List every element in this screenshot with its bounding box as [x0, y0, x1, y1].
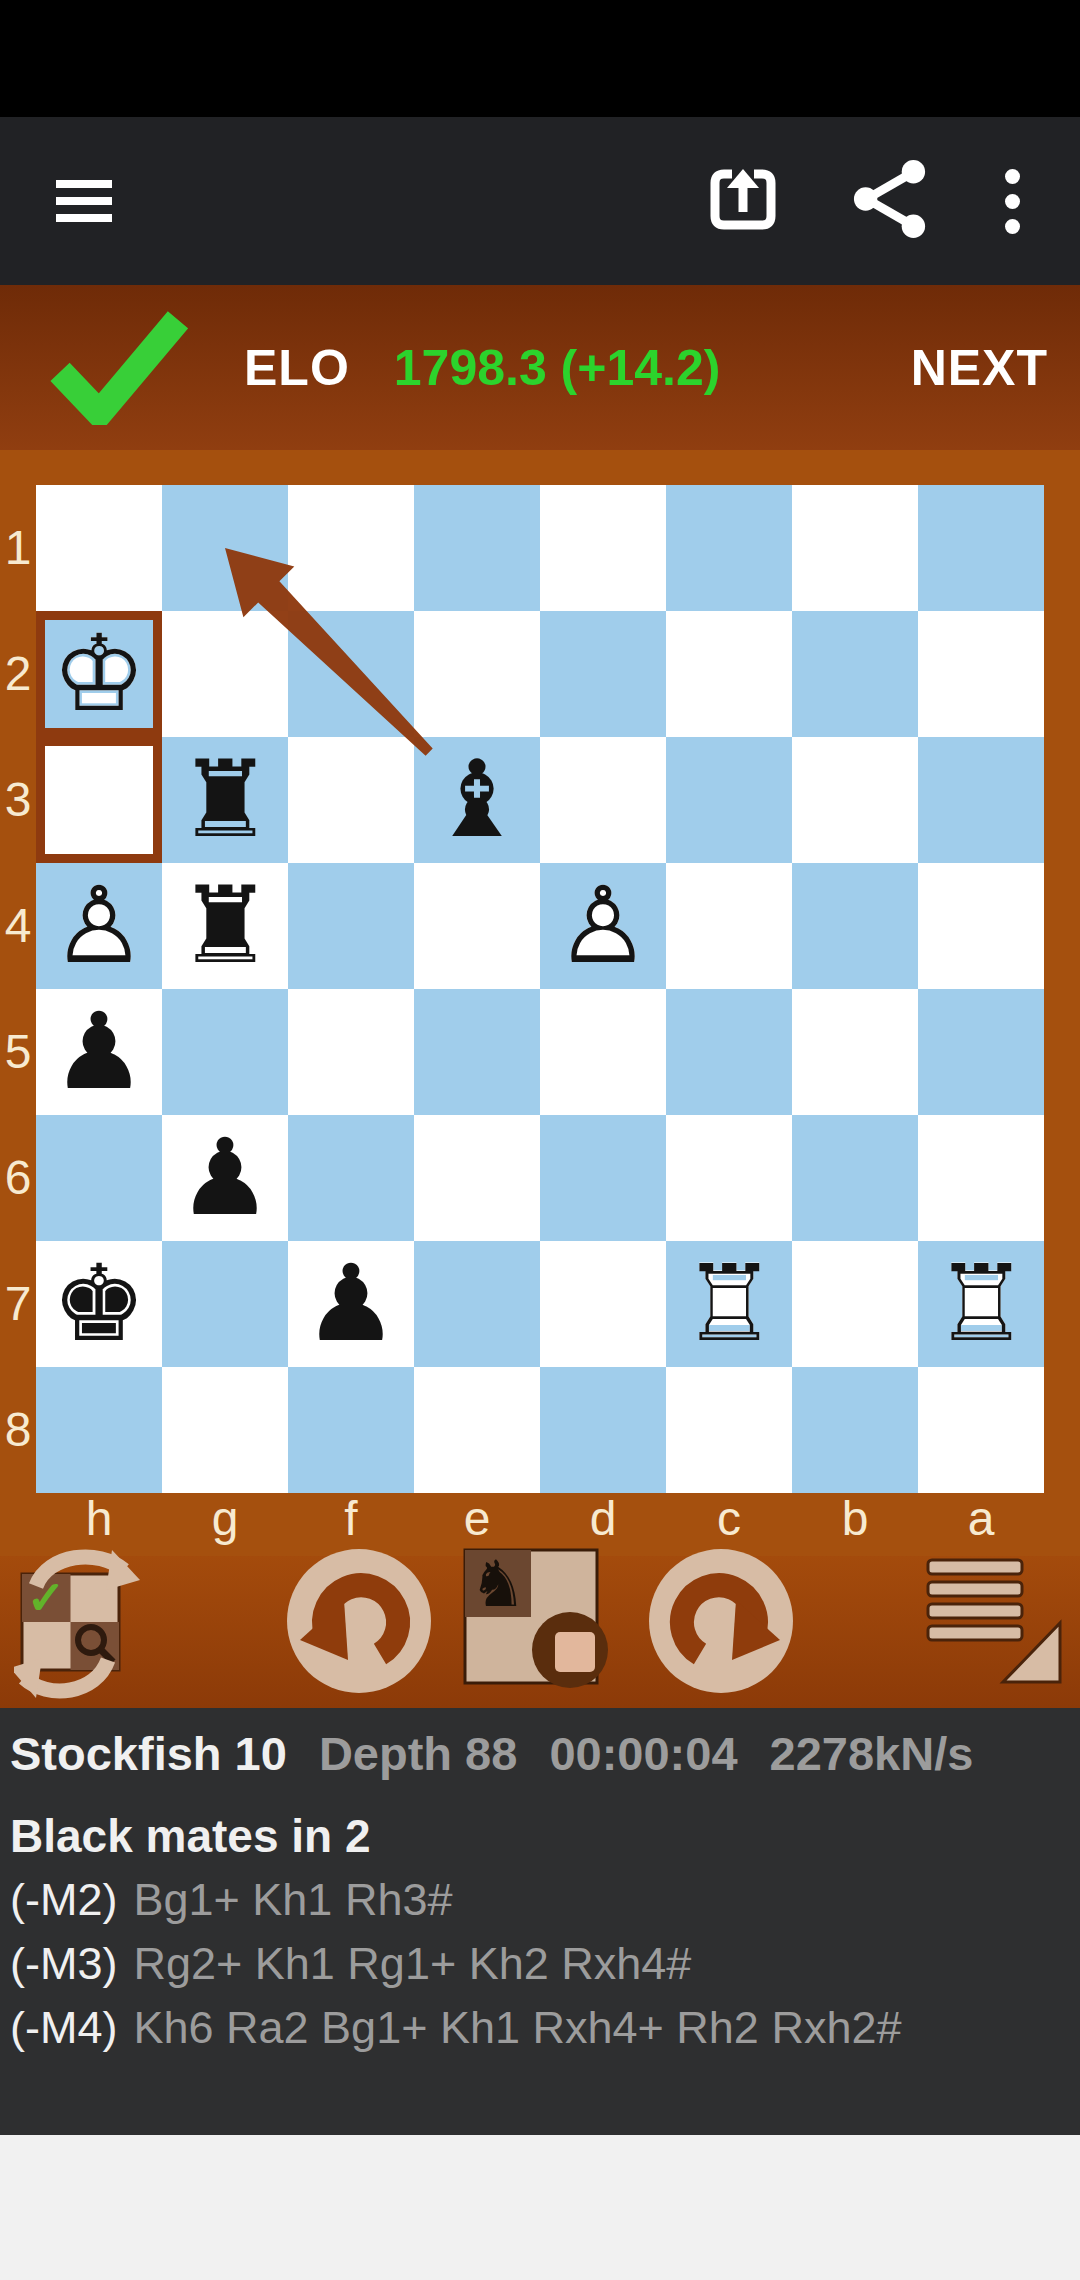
black-bishop-e3[interactable]: ♝ [414, 737, 540, 863]
file-label-a: a [918, 1493, 1044, 1551]
square-f1[interactable] [288, 485, 414, 611]
square-g7[interactable] [162, 1241, 288, 1367]
chess-board[interactable]: ♚♔♜♝♟♙♜♟♙♟♟♚♟♜♖♜♖ [36, 485, 1044, 1493]
share-icon [851, 159, 929, 239]
elo-value: 1798.3 (+14.2) [394, 339, 721, 397]
square-b8[interactable] [792, 1367, 918, 1493]
square-c1[interactable] [666, 485, 792, 611]
black-rook-g3[interactable]: ♜ [162, 737, 288, 863]
square-b4[interactable] [792, 863, 918, 989]
square-c5[interactable] [666, 989, 792, 1115]
move-list-icon [916, 1556, 1080, 1708]
variation-row[interactable]: (-M4)Kh6 Ra2 Bg1+ Kh1 Rxh4+ Rh2 Rxh2# [10, 2000, 1070, 2055]
move-list-button[interactable] [916, 1556, 1080, 1712]
menu-button[interactable] [56, 180, 112, 222]
white-king-h2[interactable]: ♚♔ [36, 611, 162, 737]
file-label-b: b [792, 1493, 918, 1551]
square-c4[interactable] [666, 863, 792, 989]
rank-label-2: 2 [0, 611, 36, 737]
black-pawn-g6[interactable]: ♟ [162, 1115, 288, 1241]
top-toolbar [0, 117, 1080, 285]
square-e7[interactable] [414, 1241, 540, 1367]
success-check-icon [50, 311, 188, 425]
square-c6[interactable] [666, 1115, 792, 1241]
white-pawn-d4[interactable]: ♟♙ [540, 863, 666, 989]
undo-icon [286, 1548, 432, 1694]
export-icon [707, 163, 779, 235]
white-rook-c7[interactable]: ♜♖ [666, 1241, 792, 1367]
square-a3[interactable] [918, 737, 1044, 863]
engine-headline: Black mates in 2 [10, 1809, 1070, 1863]
rank-label-6: 6 [0, 1115, 36, 1241]
status-bar [0, 0, 1080, 117]
square-h6[interactable] [36, 1115, 162, 1241]
square-c8[interactable] [666, 1367, 792, 1493]
square-b3[interactable] [792, 737, 918, 863]
rank-label-1: 1 [0, 485, 36, 611]
rank-label-5: 5 [0, 989, 36, 1115]
square-f6[interactable] [288, 1115, 414, 1241]
square-b1[interactable] [792, 485, 918, 611]
square-a1[interactable] [918, 485, 1044, 611]
variation-moves: Bg1+ Kh1 Rh3# [133, 1874, 452, 1925]
square-a4[interactable] [918, 863, 1044, 989]
square-c3[interactable] [666, 737, 792, 863]
file-label-d: d [540, 1493, 666, 1551]
share-button[interactable] [851, 159, 929, 243]
engine-time: 00:00:04 [549, 1726, 737, 1781]
square-d8[interactable] [540, 1367, 666, 1493]
engine-depth: Depth 88 [319, 1726, 518, 1781]
rank-label-7: 7 [0, 1241, 36, 1367]
next-button[interactable]: NEXT [911, 339, 1048, 397]
variation-eval: (-M3) [10, 1938, 117, 1989]
square-a6[interactable] [918, 1115, 1044, 1241]
hamburger-icon [56, 180, 112, 188]
square-g8[interactable] [162, 1367, 288, 1493]
square-e2[interactable] [414, 611, 540, 737]
square-g2[interactable] [162, 611, 288, 737]
overflow-icon [1005, 169, 1020, 184]
square-b7[interactable] [792, 1241, 918, 1367]
white-pawn-h4[interactable]: ♟♙ [36, 863, 162, 989]
file-label-h: h [36, 1493, 162, 1551]
square-g1[interactable] [162, 485, 288, 611]
app-screen: ELO 1798.3 (+14.2) NEXT ♚♔♜♝♟♙♜♟♙♟♟♚♟♜♖♜… [0, 0, 1080, 2280]
black-rook-g4[interactable]: ♜ [162, 863, 288, 989]
elo-label: ELO [244, 339, 350, 397]
square-c2[interactable] [666, 611, 792, 737]
square-a8[interactable] [918, 1367, 1044, 1493]
variation-eval: (-M4) [10, 2002, 117, 2053]
square-f5[interactable] [288, 989, 414, 1115]
bottom-area [0, 2135, 1080, 2280]
file-label-c: c [666, 1493, 792, 1551]
bottom-toolbar: ✓ ♞ [0, 1556, 1080, 1708]
rank-label-8: 8 [0, 1367, 36, 1493]
undo-button[interactable] [286, 1548, 432, 1698]
highlight-square-h3 [36, 737, 162, 863]
engine-board-icon: ♞ [462, 1548, 632, 1708]
square-f4[interactable] [288, 863, 414, 989]
analysis-button[interactable]: ✓ [14, 1548, 186, 1712]
variation-moves: Rg2+ Kh1 Rg1+ Kh2 Rxh4# [133, 1938, 691, 1989]
board-frame: ♚♔♜♝♟♙♜♟♙♟♟♚♟♜♖♜♖ 12345678hgfedcba [0, 450, 1080, 1556]
engine-name: Stockfish 10 [10, 1726, 287, 1781]
analysis-board-icon: ✓ [14, 1548, 186, 1708]
square-h8[interactable] [36, 1367, 162, 1493]
result-banner: ELO 1798.3 (+14.2) NEXT [0, 285, 1080, 450]
black-pawn-h5[interactable]: ♟ [36, 989, 162, 1115]
rank-label-3: 3 [0, 737, 36, 863]
square-d2[interactable] [540, 611, 666, 737]
rank-label-4: 4 [0, 863, 36, 989]
export-button[interactable] [707, 163, 779, 239]
square-e5[interactable] [414, 989, 540, 1115]
square-f2[interactable] [288, 611, 414, 737]
file-label-e: e [414, 1493, 540, 1551]
redo-button[interactable] [648, 1548, 794, 1698]
square-a2[interactable] [918, 611, 1044, 737]
variation-row[interactable]: (-M3)Rg2+ Kh1 Rg1+ Kh2 Rxh4# [10, 1936, 1070, 1991]
square-e1[interactable] [414, 485, 540, 611]
square-d7[interactable] [540, 1241, 666, 1367]
square-a5[interactable] [918, 989, 1044, 1115]
square-b2[interactable] [792, 611, 918, 737]
white-rook-a7[interactable]: ♜♖ [918, 1241, 1044, 1367]
engine-panel[interactable]: Stockfish 10 Depth 88 00:00:04 2278kN/s … [0, 1708, 1080, 2135]
square-e4[interactable] [414, 863, 540, 989]
svg-text:♞: ♞ [469, 1548, 526, 1621]
square-d1[interactable] [540, 485, 666, 611]
square-d3[interactable] [540, 737, 666, 863]
redo-icon [648, 1548, 794, 1694]
engine-speed: 2278kN/s [770, 1726, 974, 1781]
variation-eval: (-M2) [10, 1874, 117, 1925]
black-pawn-f7[interactable]: ♟ [288, 1241, 414, 1367]
file-label-f: f [288, 1493, 414, 1551]
square-d5[interactable] [540, 989, 666, 1115]
square-b6[interactable] [792, 1115, 918, 1241]
square-g5[interactable] [162, 989, 288, 1115]
square-h1[interactable] [36, 485, 162, 611]
square-f8[interactable] [288, 1367, 414, 1493]
file-label-g: g [162, 1493, 288, 1551]
engine-toggle-button[interactable]: ♞ [462, 1548, 632, 1712]
square-b5[interactable] [792, 989, 918, 1115]
black-king-h7[interactable]: ♚ [36, 1241, 162, 1367]
square-e6[interactable] [414, 1115, 540, 1241]
variation-row[interactable]: (-M2)Bg1+ Kh1 Rh3# [10, 1872, 1070, 1927]
square-f3[interactable] [288, 737, 414, 863]
square-e8[interactable] [414, 1367, 540, 1493]
variation-moves: Kh6 Ra2 Bg1+ Kh1 Rxh4+ Rh2 Rxh2# [133, 2002, 901, 2053]
square-d6[interactable] [540, 1115, 666, 1241]
overflow-menu-button[interactable] [1001, 165, 1024, 238]
